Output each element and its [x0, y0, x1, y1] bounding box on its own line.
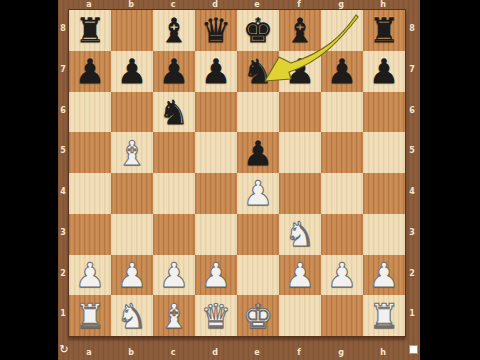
- rank-label-right-2: 2: [404, 254, 420, 295]
- piece-black-rook: ♜: [69, 10, 111, 51]
- piece-white-pawn: ♟: [69, 255, 111, 296]
- square-c7[interactable]: ♟: [153, 51, 195, 92]
- rank-label-left-3: 3: [58, 213, 68, 254]
- square-h8[interactable]: ♜: [363, 10, 405, 51]
- square-d1[interactable]: ♛: [195, 295, 237, 336]
- piece-black-pawn: ♟: [237, 132, 279, 173]
- piece-white-pawn: ♟: [279, 255, 321, 296]
- fullscreen-icon[interactable]: [409, 345, 418, 354]
- file-label-bottom-f: f: [278, 348, 320, 357]
- square-e8[interactable]: ♚: [237, 10, 279, 51]
- piece-black-king: ♚: [237, 10, 279, 51]
- square-g5[interactable]: [321, 132, 363, 173]
- letterbox-left: [0, 0, 58, 360]
- file-label-top-b: b: [110, 0, 152, 9]
- square-c3[interactable]: [153, 214, 195, 255]
- piece-white-rook: ♜: [69, 295, 111, 336]
- square-f5[interactable]: [279, 132, 321, 173]
- square-a5[interactable]: [69, 132, 111, 173]
- file-label-bottom-a: a: [68, 348, 110, 357]
- square-e4[interactable]: ♟: [237, 173, 279, 214]
- square-d4[interactable]: [195, 173, 237, 214]
- square-f8[interactable]: ♝: [279, 10, 321, 51]
- piece-black-pawn: ♟: [195, 51, 237, 92]
- square-e1[interactable]: ♚: [237, 295, 279, 336]
- piece-black-pawn: ♟: [279, 51, 321, 92]
- square-g7[interactable]: ♟: [321, 51, 363, 92]
- square-c8[interactable]: ♝: [153, 10, 195, 51]
- square-f1[interactable]: [279, 295, 321, 336]
- piece-black-queen: ♛: [195, 10, 237, 51]
- square-f7[interactable]: ♟: [279, 51, 321, 92]
- rank-label-right-4: 4: [404, 172, 420, 213]
- square-c4[interactable]: [153, 173, 195, 214]
- square-a8[interactable]: ♜: [69, 10, 111, 51]
- file-label-top-c: c: [152, 0, 194, 9]
- board-frame: ♜♝♛♚♝♜♟♟♟♟♞♟♟♟♞♝♟♟♞♟♟♟♟♟♟♟♜♞♝♛♚♜ abcdefg…: [58, 0, 420, 360]
- square-c6[interactable]: ♞: [153, 92, 195, 133]
- rank-label-right-1: 1: [404, 294, 420, 335]
- square-b6[interactable]: [111, 92, 153, 133]
- file-label-top-h: h: [362, 0, 404, 9]
- piece-white-knight: ♞: [279, 214, 321, 255]
- square-h2[interactable]: ♟: [363, 255, 405, 296]
- square-a1[interactable]: ♜: [69, 295, 111, 336]
- file-label-top-f: f: [278, 0, 320, 9]
- rank-label-right-6: 6: [404, 91, 420, 132]
- piece-white-pawn: ♟: [363, 255, 405, 296]
- square-d2[interactable]: ♟: [195, 255, 237, 296]
- square-a3[interactable]: [69, 214, 111, 255]
- rank-label-left-6: 6: [58, 91, 68, 132]
- square-a4[interactable]: [69, 173, 111, 214]
- square-a7[interactable]: ♟: [69, 51, 111, 92]
- square-f4[interactable]: [279, 173, 321, 214]
- file-label-top-e: e: [236, 0, 278, 9]
- rank-label-left-8: 8: [58, 9, 68, 50]
- rank-label-right-3: 3: [404, 213, 420, 254]
- square-f2[interactable]: ♟: [279, 255, 321, 296]
- square-e7[interactable]: ♞: [237, 51, 279, 92]
- square-f6[interactable]: [279, 92, 321, 133]
- rank-label-left-4: 4: [58, 172, 68, 213]
- piece-black-bishop: ♝: [153, 10, 195, 51]
- square-b2[interactable]: ♟: [111, 255, 153, 296]
- square-c2[interactable]: ♟: [153, 255, 195, 296]
- file-label-bottom-d: d: [194, 348, 236, 357]
- square-d6[interactable]: [195, 92, 237, 133]
- file-label-bottom-e: e: [236, 348, 278, 357]
- piece-black-rook: ♜: [363, 10, 405, 51]
- square-g2[interactable]: ♟: [321, 255, 363, 296]
- piece-white-pawn: ♟: [153, 255, 195, 296]
- piece-white-king: ♚: [237, 295, 279, 336]
- square-a2[interactable]: ♟: [69, 255, 111, 296]
- piece-black-pawn: ♟: [69, 51, 111, 92]
- piece-black-knight: ♞: [237, 51, 279, 92]
- piece-black-pawn: ♟: [363, 51, 405, 92]
- square-g8[interactable]: [321, 10, 363, 51]
- piece-white-rook: ♜: [363, 295, 405, 336]
- piece-white-pawn: ♟: [111, 255, 153, 296]
- file-label-bottom-g: g: [320, 348, 362, 357]
- file-label-bottom-c: c: [152, 348, 194, 357]
- square-c5[interactable]: [153, 132, 195, 173]
- square-h3[interactable]: [363, 214, 405, 255]
- square-g6[interactable]: [321, 92, 363, 133]
- file-label-bottom-b: b: [110, 348, 152, 357]
- piece-white-bishop: ♝: [153, 295, 195, 336]
- piece-white-knight: ♞: [111, 295, 153, 336]
- file-label-top-a: a: [68, 0, 110, 9]
- square-e2[interactable]: [237, 255, 279, 296]
- square-d8[interactable]: ♛: [195, 10, 237, 51]
- file-label-bottom-h: h: [362, 348, 404, 357]
- piece-black-pawn: ♟: [321, 51, 363, 92]
- rank-label-left-5: 5: [58, 131, 68, 172]
- square-d3[interactable]: [195, 214, 237, 255]
- piece-black-pawn: ♟: [111, 51, 153, 92]
- piece-white-bishop: ♝: [111, 132, 153, 173]
- square-h5[interactable]: [363, 132, 405, 173]
- chess-board: ♜♝♛♚♝♜♟♟♟♟♞♟♟♟♞♝♟♟♞♟♟♟♟♟♟♟♜♞♝♛♚♜: [68, 9, 406, 337]
- square-f3[interactable]: ♞: [279, 214, 321, 255]
- square-d5[interactable]: [195, 132, 237, 173]
- rank-label-right-5: 5: [404, 131, 420, 172]
- square-b5[interactable]: ♝: [111, 132, 153, 173]
- square-h4[interactable]: [363, 173, 405, 214]
- rank-label-right-7: 7: [404, 50, 420, 91]
- piece-white-pawn: ♟: [195, 255, 237, 296]
- square-a6[interactable]: [69, 92, 111, 133]
- piece-white-queen: ♛: [195, 295, 237, 336]
- flip-board-icon[interactable]: ↻: [58, 344, 70, 356]
- square-b3[interactable]: [111, 214, 153, 255]
- rank-label-left-7: 7: [58, 50, 68, 91]
- piece-white-pawn: ♟: [321, 255, 363, 296]
- square-b8[interactable]: [111, 10, 153, 51]
- square-e3[interactable]: [237, 214, 279, 255]
- square-g3[interactable]: [321, 214, 363, 255]
- rank-label-left-1: 1: [58, 294, 68, 335]
- letterbox-right: [420, 0, 480, 360]
- piece-white-pawn: ♟: [237, 173, 279, 214]
- square-h6[interactable]: [363, 92, 405, 133]
- square-h7[interactable]: ♟: [363, 51, 405, 92]
- square-b7[interactable]: ♟: [111, 51, 153, 92]
- square-b1[interactable]: ♞: [111, 295, 153, 336]
- square-b4[interactable]: [111, 173, 153, 214]
- rank-label-right-8: 8: [404, 9, 420, 50]
- piece-black-knight: ♞: [153, 92, 195, 133]
- piece-black-pawn: ♟: [153, 51, 195, 92]
- rank-label-left-2: 2: [58, 254, 68, 295]
- square-c1[interactable]: ♝: [153, 295, 195, 336]
- square-d7[interactable]: ♟: [195, 51, 237, 92]
- chess-app-stage: ♜♝♛♚♝♜♟♟♟♟♞♟♟♟♞♝♟♟♞♟♟♟♟♟♟♟♜♞♝♛♚♜ abcdefg…: [0, 0, 480, 360]
- square-g4[interactable]: [321, 173, 363, 214]
- square-e6[interactable]: [237, 92, 279, 133]
- square-g1[interactable]: [321, 295, 363, 336]
- file-label-top-d: d: [194, 0, 236, 9]
- file-label-top-g: g: [320, 0, 362, 9]
- piece-black-bishop: ♝: [279, 10, 321, 51]
- square-h1[interactable]: ♜: [363, 295, 405, 336]
- square-e5[interactable]: ♟: [237, 132, 279, 173]
